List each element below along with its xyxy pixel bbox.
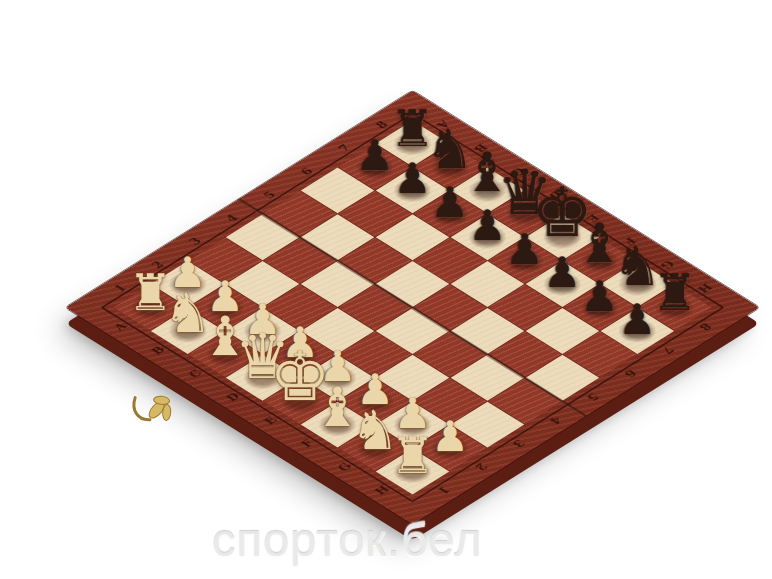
white-rook-h1[interactable]: ♜ (368, 381, 458, 481)
chess-board: ABCDEFGH ABCDEFGH 87654321 87654321 ♜♞♝♛… (65, 91, 759, 525)
brass-clasp (125, 382, 187, 439)
watermark: спорток.бел (212, 512, 482, 567)
product-photo-scene: ABCDEFGH ABCDEFGH 87654321 87654321 ♜♞♝♛… (0, 0, 772, 579)
black-pawn-h7[interactable]: ♟ (592, 241, 682, 341)
